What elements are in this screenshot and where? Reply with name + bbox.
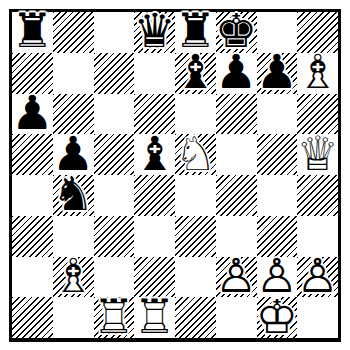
black-queen: ♛ [134,12,175,53]
black-pawn-halo: ♟ [53,134,94,175]
square-f6[interactable] [216,94,257,135]
black-rook-halo: ♜ [12,12,53,53]
square-a3[interactable] [12,216,53,257]
square-b7[interactable] [53,53,94,94]
white-knight: ♘ [175,134,216,175]
square-h5[interactable]: ♛♕ [297,134,338,175]
square-b1[interactable] [53,297,94,338]
white-queen: ♕ [297,134,338,175]
square-e1[interactable] [175,297,216,338]
square-c2[interactable] [94,257,135,298]
white-rook-halo: ♜ [94,297,135,338]
black-rook-halo: ♜ [175,12,216,53]
square-c1[interactable]: ♜♖ [94,297,135,338]
square-f4[interactable] [216,175,257,216]
square-h1[interactable] [297,297,338,338]
square-a4[interactable] [12,175,53,216]
square-e2[interactable] [175,257,216,298]
square-g5[interactable] [257,134,298,175]
square-b4[interactable]: ♞♞ [53,175,94,216]
square-e4[interactable] [175,175,216,216]
square-a2[interactable] [12,257,53,298]
white-king-halo: ♚ [257,297,298,338]
square-h6[interactable] [297,94,338,135]
square-b6[interactable] [53,94,94,135]
chess-board: ♜♜♛♛♜♜♚♚♝♝♟♟♟♟♝♗♟♟♟♟♝♝♞♘♛♕♞♞♝♗♟♙♟♙♟♙♜♖♜♖… [9,9,341,342]
square-c5[interactable] [94,134,135,175]
white-pawn-halo: ♟ [216,257,257,298]
square-a1[interactable] [12,297,53,338]
square-c6[interactable] [94,94,135,135]
white-queen-halo: ♛ [297,134,338,175]
square-h8[interactable] [297,12,338,53]
square-d7[interactable] [134,53,175,94]
white-rook-halo: ♜ [134,297,175,338]
square-g4[interactable] [257,175,298,216]
square-f2[interactable]: ♟♙ [216,257,257,298]
square-a5[interactable] [12,134,53,175]
black-queen-halo: ♛ [134,12,175,53]
black-bishop: ♝ [175,53,216,94]
square-e7[interactable]: ♝♝ [175,53,216,94]
white-pawn-halo: ♟ [297,257,338,298]
white-knight-halo: ♞ [175,134,216,175]
black-pawn: ♟ [12,94,53,135]
black-rook: ♜ [175,12,216,53]
white-bishop: ♗ [53,257,94,298]
square-g3[interactable] [257,216,298,257]
square-h4[interactable] [297,175,338,216]
square-g1[interactable]: ♚♔ [257,297,298,338]
black-pawn-halo: ♟ [257,53,298,94]
white-pawn: ♙ [257,257,298,298]
square-a8[interactable]: ♜♜ [12,12,53,53]
square-e8[interactable]: ♜♜ [175,12,216,53]
black-bishop-halo: ♝ [175,53,216,94]
white-bishop-halo: ♝ [53,257,94,298]
black-rook: ♜ [12,12,53,53]
white-rook: ♖ [134,297,175,338]
square-c8[interactable] [94,12,135,53]
square-d2[interactable] [134,257,175,298]
black-pawn: ♟ [257,53,298,94]
white-bishop: ♗ [297,53,338,94]
square-c3[interactable] [94,216,135,257]
white-bishop-halo: ♝ [297,53,338,94]
black-king-halo: ♚ [216,12,257,53]
square-e3[interactable] [175,216,216,257]
square-b2[interactable]: ♝♗ [53,257,94,298]
square-g6[interactable] [257,94,298,135]
square-h3[interactable] [297,216,338,257]
black-pawn-halo: ♟ [12,94,53,135]
square-d4[interactable] [134,175,175,216]
white-pawn: ♙ [216,257,257,298]
white-pawn-halo: ♟ [257,257,298,298]
black-knight-halo: ♞ [53,175,94,216]
white-rook: ♖ [94,297,135,338]
black-pawn: ♟ [53,134,94,175]
square-d5[interactable]: ♝♝ [134,134,175,175]
square-c4[interactable] [94,175,135,216]
black-king: ♚ [216,12,257,53]
square-h7[interactable]: ♝♗ [297,53,338,94]
square-d1[interactable]: ♜♖ [134,297,175,338]
square-g7[interactable]: ♟♟ [257,53,298,94]
square-a6[interactable]: ♟♟ [12,94,53,135]
square-d8[interactable]: ♛♛ [134,12,175,53]
square-b8[interactable] [53,12,94,53]
square-d3[interactable] [134,216,175,257]
square-b5[interactable]: ♟♟ [53,134,94,175]
square-e6[interactable] [175,94,216,135]
square-g2[interactable]: ♟♙ [257,257,298,298]
white-king: ♔ [257,297,298,338]
square-e5[interactable]: ♞♘ [175,134,216,175]
square-h2[interactable]: ♟♙ [297,257,338,298]
square-f1[interactable] [216,297,257,338]
square-f7[interactable]: ♟♟ [216,53,257,94]
square-f3[interactable] [216,216,257,257]
square-f8[interactable]: ♚♚ [216,12,257,53]
square-g8[interactable] [257,12,298,53]
chess-diagram-page: ♜♜♛♛♜♜♚♚♝♝♟♟♟♟♝♗♟♟♟♟♝♝♞♘♛♕♞♞♝♗♟♙♟♙♟♙♜♖♜♖… [0,9,350,350]
black-pawn: ♟ [216,53,257,94]
square-a7[interactable] [12,53,53,94]
white-pawn: ♙ [297,257,338,298]
black-knight: ♞ [53,175,94,216]
black-bishop: ♝ [134,134,175,175]
square-c7[interactable] [94,53,135,94]
black-pawn-halo: ♟ [216,53,257,94]
square-f5[interactable] [216,134,257,175]
square-d6[interactable] [134,94,175,135]
square-b3[interactable] [53,216,94,257]
black-bishop-halo: ♝ [134,134,175,175]
